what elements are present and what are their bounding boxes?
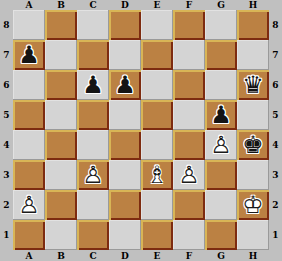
square-f5[interactable] bbox=[173, 100, 205, 130]
white-pawn[interactable]: ♟♙ bbox=[18, 193, 40, 217]
square-c8[interactable] bbox=[77, 10, 109, 40]
black-king[interactable]: ♚ bbox=[242, 133, 264, 157]
square-d7[interactable] bbox=[109, 40, 141, 70]
black-pawn[interactable]: ♟ bbox=[18, 43, 40, 67]
square-h3[interactable] bbox=[237, 160, 269, 190]
file-label-d-bottom: D bbox=[109, 250, 141, 261]
square-c2[interactable] bbox=[77, 190, 109, 220]
rank-label-3-left: 3 bbox=[0, 160, 13, 190]
rank-label-6-right: 6 bbox=[269, 70, 282, 100]
rank-label-4-left: 4 bbox=[0, 130, 13, 160]
square-h5[interactable] bbox=[237, 100, 269, 130]
square-f1[interactable] bbox=[173, 220, 205, 250]
rank-label-5-right: 5 bbox=[269, 100, 282, 130]
black-pawn[interactable]: ♟ bbox=[114, 73, 136, 97]
square-g6[interactable] bbox=[205, 70, 237, 100]
white-king-outline: ♔ bbox=[242, 193, 264, 217]
square-g8[interactable] bbox=[205, 10, 237, 40]
square-b7[interactable] bbox=[45, 40, 77, 70]
file-label-e-bottom: E bbox=[141, 250, 173, 261]
white-pawn[interactable]: ♟♙ bbox=[178, 163, 200, 187]
rank-label-8-left: 8 bbox=[0, 10, 13, 40]
square-f8[interactable] bbox=[173, 10, 205, 40]
square-b5[interactable] bbox=[45, 100, 77, 130]
rank-label-7-right: 7 bbox=[269, 40, 282, 70]
square-e2[interactable] bbox=[141, 190, 173, 220]
file-label-g-bottom: G bbox=[205, 250, 237, 261]
square-c6[interactable]: ♟ bbox=[77, 70, 109, 100]
square-e5[interactable] bbox=[141, 100, 173, 130]
square-b4[interactable] bbox=[45, 130, 77, 160]
square-h4[interactable]: ♚ bbox=[237, 130, 269, 160]
white-pawn-outline: ♙ bbox=[82, 163, 104, 187]
square-c7[interactable] bbox=[77, 40, 109, 70]
square-g2[interactable] bbox=[205, 190, 237, 220]
square-c3[interactable]: ♟♙ bbox=[77, 160, 109, 190]
square-d1[interactable] bbox=[109, 220, 141, 250]
square-d3[interactable] bbox=[109, 160, 141, 190]
square-a8[interactable] bbox=[13, 10, 45, 40]
file-label-f-top: F bbox=[173, 0, 205, 10]
square-a4[interactable] bbox=[13, 130, 45, 160]
black-queen[interactable]: ♛ bbox=[242, 73, 264, 97]
square-e3[interactable]: ♝♗ bbox=[141, 160, 173, 190]
black-pawn[interactable]: ♟ bbox=[210, 103, 232, 127]
square-a3[interactable] bbox=[13, 160, 45, 190]
square-c5[interactable] bbox=[77, 100, 109, 130]
square-f2[interactable] bbox=[173, 190, 205, 220]
file-label-h-bottom: H bbox=[237, 250, 269, 261]
square-f3[interactable]: ♟♙ bbox=[173, 160, 205, 190]
file-label-e-top: E bbox=[141, 0, 173, 10]
square-a7[interactable]: ♟ bbox=[13, 40, 45, 70]
square-c1[interactable] bbox=[77, 220, 109, 250]
file-label-a-top: A bbox=[13, 0, 45, 10]
chess-board: AABBCCDDEEFFGGHH8877665544332211♟♟♟♛♟♟♙♚… bbox=[0, 0, 282, 261]
square-g7[interactable] bbox=[205, 40, 237, 70]
square-a5[interactable] bbox=[13, 100, 45, 130]
square-a6[interactable] bbox=[13, 70, 45, 100]
white-pawn[interactable]: ♟♙ bbox=[210, 133, 232, 157]
file-label-g-top: G bbox=[205, 0, 237, 10]
square-a1[interactable] bbox=[13, 220, 45, 250]
square-d2[interactable] bbox=[109, 190, 141, 220]
square-b8[interactable] bbox=[45, 10, 77, 40]
rank-label-1-left: 1 bbox=[0, 220, 13, 250]
rank-label-6-left: 6 bbox=[0, 70, 13, 100]
rank-label-3-right: 3 bbox=[269, 160, 282, 190]
square-h8[interactable] bbox=[237, 10, 269, 40]
file-label-d-top: D bbox=[109, 0, 141, 10]
square-h6[interactable]: ♛ bbox=[237, 70, 269, 100]
square-f4[interactable] bbox=[173, 130, 205, 160]
rank-label-2-right: 2 bbox=[269, 190, 282, 220]
white-pawn-outline: ♙ bbox=[178, 163, 200, 187]
square-b2[interactable] bbox=[45, 190, 77, 220]
square-e1[interactable] bbox=[141, 220, 173, 250]
square-e8[interactable] bbox=[141, 10, 173, 40]
square-g3[interactable] bbox=[205, 160, 237, 190]
square-c4[interactable] bbox=[77, 130, 109, 160]
square-d8[interactable] bbox=[109, 10, 141, 40]
square-f6[interactable] bbox=[173, 70, 205, 100]
square-b3[interactable] bbox=[45, 160, 77, 190]
black-pawn[interactable]: ♟ bbox=[82, 73, 104, 97]
white-pawn[interactable]: ♟♙ bbox=[82, 163, 104, 187]
rank-label-4-right: 4 bbox=[269, 130, 282, 160]
square-g5[interactable]: ♟ bbox=[205, 100, 237, 130]
square-f7[interactable] bbox=[173, 40, 205, 70]
square-a2[interactable]: ♟♙ bbox=[13, 190, 45, 220]
file-label-a-bottom: A bbox=[13, 250, 45, 261]
square-e4[interactable] bbox=[141, 130, 173, 160]
square-b6[interactable] bbox=[45, 70, 77, 100]
square-d4[interactable] bbox=[109, 130, 141, 160]
file-label-h-top: H bbox=[237, 0, 269, 10]
square-e6[interactable] bbox=[141, 70, 173, 100]
rank-label-5-left: 5 bbox=[0, 100, 13, 130]
rank-label-7-left: 7 bbox=[0, 40, 13, 70]
square-d6[interactable]: ♟ bbox=[109, 70, 141, 100]
white-bishop-outline: ♗ bbox=[146, 163, 168, 187]
white-king[interactable]: ♚♔ bbox=[242, 193, 264, 217]
file-label-b-top: B bbox=[45, 0, 77, 10]
file-label-f-bottom: F bbox=[173, 250, 205, 261]
file-label-b-bottom: B bbox=[45, 250, 77, 261]
file-label-c-bottom: C bbox=[77, 250, 109, 261]
square-d5[interactable] bbox=[109, 100, 141, 130]
rank-label-1-right: 1 bbox=[269, 220, 282, 250]
file-label-c-top: C bbox=[77, 0, 109, 10]
white-bishop[interactable]: ♝♗ bbox=[146, 163, 168, 187]
rank-label-8-right: 8 bbox=[269, 10, 282, 40]
square-b1[interactable] bbox=[45, 220, 77, 250]
square-e7[interactable] bbox=[141, 40, 173, 70]
square-h2[interactable]: ♚♔ bbox=[237, 190, 269, 220]
square-g4[interactable]: ♟♙ bbox=[205, 130, 237, 160]
square-h7[interactable] bbox=[237, 40, 269, 70]
rank-label-2-left: 2 bbox=[0, 190, 13, 220]
square-g1[interactable] bbox=[205, 220, 237, 250]
white-pawn-outline: ♙ bbox=[210, 133, 232, 157]
square-h1[interactable] bbox=[237, 220, 269, 250]
white-pawn-outline: ♙ bbox=[18, 193, 40, 217]
